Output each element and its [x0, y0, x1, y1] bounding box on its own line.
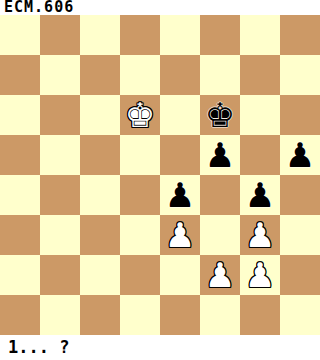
- chess-diagram-page: ECM.606 ♚♚♟♟♟♟♟♟♟♟ 1... ?: [0, 0, 320, 360]
- square-d5[interactable]: [120, 135, 160, 175]
- square-a6[interactable]: [0, 95, 40, 135]
- square-e3[interactable]: ♟: [160, 215, 200, 255]
- square-g4[interactable]: ♟: [240, 175, 280, 215]
- white-pawn-piece: ♟: [245, 258, 275, 292]
- square-c8[interactable]: [80, 15, 120, 55]
- square-f7[interactable]: [200, 55, 240, 95]
- square-f6[interactable]: ♚: [200, 95, 240, 135]
- square-e2[interactable]: [160, 255, 200, 295]
- square-b2[interactable]: [40, 255, 80, 295]
- square-a5[interactable]: [0, 135, 40, 175]
- square-b1[interactable]: [40, 295, 80, 335]
- move-prompt: 1... ?: [8, 336, 69, 358]
- white-king-piece: ♚: [125, 98, 155, 132]
- square-h7[interactable]: [280, 55, 320, 95]
- square-h5[interactable]: ♟: [280, 135, 320, 175]
- square-d1[interactable]: [120, 295, 160, 335]
- square-b7[interactable]: [40, 55, 80, 95]
- square-c5[interactable]: [80, 135, 120, 175]
- square-h6[interactable]: [280, 95, 320, 135]
- square-a4[interactable]: [0, 175, 40, 215]
- square-f2[interactable]: ♟: [200, 255, 240, 295]
- square-e5[interactable]: [160, 135, 200, 175]
- square-f5[interactable]: ♟: [200, 135, 240, 175]
- square-b8[interactable]: [40, 15, 80, 55]
- square-e7[interactable]: [160, 55, 200, 95]
- square-c4[interactable]: [80, 175, 120, 215]
- square-d2[interactable]: [120, 255, 160, 295]
- black-pawn-piece: ♟: [165, 178, 195, 212]
- square-d3[interactable]: [120, 215, 160, 255]
- square-c3[interactable]: [80, 215, 120, 255]
- square-g1[interactable]: [240, 295, 280, 335]
- square-f1[interactable]: [200, 295, 240, 335]
- square-c1[interactable]: [80, 295, 120, 335]
- square-g2[interactable]: ♟: [240, 255, 280, 295]
- square-g5[interactable]: [240, 135, 280, 175]
- square-g7[interactable]: [240, 55, 280, 95]
- square-g8[interactable]: [240, 15, 280, 55]
- square-b6[interactable]: [40, 95, 80, 135]
- square-h8[interactable]: [280, 15, 320, 55]
- square-h3[interactable]: [280, 215, 320, 255]
- square-g6[interactable]: [240, 95, 280, 135]
- chess-board: ♚♚♟♟♟♟♟♟♟♟: [0, 15, 320, 335]
- square-d6[interactable]: ♚: [120, 95, 160, 135]
- square-f3[interactable]: [200, 215, 240, 255]
- white-pawn-piece: ♟: [245, 218, 275, 252]
- square-d7[interactable]: [120, 55, 160, 95]
- square-e1[interactable]: [160, 295, 200, 335]
- black-pawn-piece: ♟: [285, 138, 315, 172]
- square-h1[interactable]: [280, 295, 320, 335]
- square-h4[interactable]: [280, 175, 320, 215]
- square-d4[interactable]: [120, 175, 160, 215]
- square-a8[interactable]: [0, 15, 40, 55]
- square-f8[interactable]: [200, 15, 240, 55]
- square-d8[interactable]: [120, 15, 160, 55]
- square-e6[interactable]: [160, 95, 200, 135]
- square-e4[interactable]: ♟: [160, 175, 200, 215]
- square-a7[interactable]: [0, 55, 40, 95]
- black-pawn-piece: ♟: [245, 178, 275, 212]
- square-c2[interactable]: [80, 255, 120, 295]
- square-c6[interactable]: [80, 95, 120, 135]
- square-g3[interactable]: ♟: [240, 215, 280, 255]
- black-pawn-piece: ♟: [205, 138, 235, 172]
- square-e8[interactable]: [160, 15, 200, 55]
- square-b5[interactable]: [40, 135, 80, 175]
- square-b4[interactable]: [40, 175, 80, 215]
- square-a3[interactable]: [0, 215, 40, 255]
- puzzle-id: ECM.606: [4, 0, 74, 15]
- black-king-piece: ♚: [205, 98, 235, 132]
- square-f4[interactable]: [200, 175, 240, 215]
- square-a1[interactable]: [0, 295, 40, 335]
- square-a2[interactable]: [0, 255, 40, 295]
- square-h2[interactable]: [280, 255, 320, 295]
- white-pawn-piece: ♟: [205, 258, 235, 292]
- white-pawn-piece: ♟: [165, 218, 195, 252]
- square-c7[interactable]: [80, 55, 120, 95]
- square-b3[interactable]: [40, 215, 80, 255]
